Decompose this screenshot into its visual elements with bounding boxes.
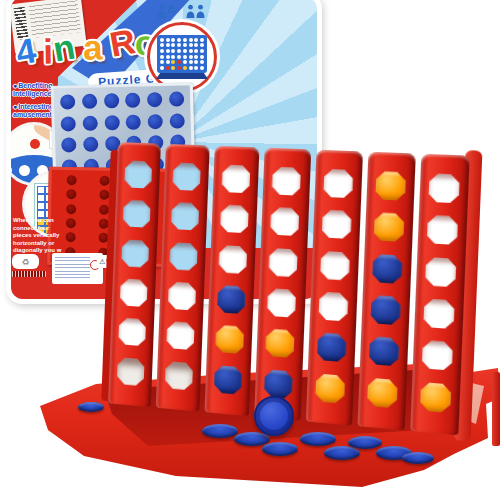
board-column-1 bbox=[108, 142, 161, 407]
blue-disc-r3-c6 bbox=[372, 254, 403, 284]
description-line: connect four bbox=[13, 225, 71, 233]
badge-cell bbox=[183, 49, 187, 53]
badge-cell bbox=[183, 55, 187, 59]
badge-cell bbox=[160, 38, 164, 42]
bullet-dot-icon: ● bbox=[13, 103, 17, 110]
empty-hole-r3-c3 bbox=[219, 245, 248, 274]
product-photo: 4inaRow Puzzle Games bbox=[0, 0, 500, 500]
blister-blue-disc bbox=[61, 137, 76, 152]
certification-text-lines bbox=[55, 257, 90, 280]
badge-cell bbox=[189, 38, 193, 42]
blister-blue-disc bbox=[169, 92, 184, 107]
badge-cell bbox=[200, 49, 204, 53]
badge-cell bbox=[200, 38, 204, 42]
badge-cell bbox=[160, 43, 164, 47]
blue-disc-r5-c6 bbox=[368, 336, 399, 367]
empty-hole-r1-c3 bbox=[222, 165, 251, 194]
recycle-icon: ♻ bbox=[21, 257, 29, 267]
blue-disc-r5-c5 bbox=[316, 332, 346, 362]
empty-hole-r4-c4 bbox=[267, 288, 297, 318]
empty-hole-r6-c2 bbox=[165, 361, 193, 391]
orange-disc-r5-c3 bbox=[215, 325, 244, 355]
badge-cell bbox=[171, 60, 175, 64]
badge-cell bbox=[189, 49, 193, 53]
recycle-label: ♻ bbox=[12, 254, 39, 269]
connect-four-board bbox=[108, 142, 470, 435]
blister-blue-disc bbox=[126, 114, 141, 129]
orange-disc-r6-c5 bbox=[315, 373, 345, 404]
blister-blue-disc bbox=[82, 94, 97, 109]
board-grid bbox=[108, 142, 470, 435]
empty-hole-r5-c1 bbox=[118, 318, 146, 347]
badge-cell bbox=[160, 60, 164, 64]
badge-cell bbox=[194, 43, 198, 47]
board-column-5 bbox=[305, 150, 362, 426]
badge-cell bbox=[194, 49, 198, 53]
badge-cell bbox=[171, 43, 175, 47]
blister-blue-disc bbox=[83, 115, 98, 130]
badge-cell bbox=[160, 66, 164, 70]
empty-hole-r3-c4 bbox=[269, 248, 299, 278]
empty-hole-r2-c7 bbox=[427, 215, 458, 245]
description-line: horizontally or bbox=[13, 240, 71, 248]
empty-hole-r2-c1 bbox=[123, 200, 151, 228]
empty-hole-r3-c5 bbox=[320, 251, 350, 281]
badge-cell bbox=[171, 38, 175, 42]
badge-cell bbox=[177, 49, 181, 53]
blister-blue-disc bbox=[125, 93, 140, 108]
badge-cell bbox=[171, 49, 175, 53]
two-players-icon bbox=[186, 4, 207, 18]
empty-hole-r6-c1 bbox=[117, 357, 145, 386]
blister-red-disc bbox=[99, 190, 109, 200]
empty-hole-r1-c4 bbox=[272, 167, 302, 196]
badge-cell bbox=[177, 43, 181, 47]
slot-dot bbox=[19, 165, 30, 176]
badge-cell bbox=[194, 55, 198, 59]
tray-edge-strip bbox=[492, 372, 500, 446]
badge-cell bbox=[183, 66, 187, 70]
empty-hole-r3-c7 bbox=[425, 257, 456, 288]
badge-cell bbox=[189, 60, 193, 64]
badge-cell bbox=[166, 55, 170, 59]
red-disc-illustration bbox=[30, 139, 40, 149]
empty-hole-r1-c5 bbox=[323, 169, 353, 198]
empty-hole-r1-c1 bbox=[124, 160, 152, 188]
badge-cell bbox=[183, 38, 187, 42]
empty-hole-r2-c5 bbox=[321, 210, 351, 240]
badge-cell bbox=[189, 55, 193, 59]
orange-disc-r6-c7 bbox=[420, 382, 451, 413]
empty-hole-r4-c1 bbox=[120, 278, 148, 307]
warning-triangle-icon: ⚠ bbox=[99, 258, 105, 266]
empty-hole-r2-c3 bbox=[220, 205, 249, 234]
empty-hole-r4-c5 bbox=[318, 292, 348, 322]
blister-red-disc bbox=[66, 190, 76, 200]
badge-cell bbox=[177, 66, 181, 70]
empty-hole-r2-c2 bbox=[171, 202, 199, 231]
logo-letter-a: a bbox=[82, 29, 102, 64]
badge-cell bbox=[183, 43, 187, 47]
badge-cell bbox=[171, 55, 175, 59]
blister-blue-disc bbox=[147, 92, 162, 107]
empty-hole-r4-c2 bbox=[168, 282, 196, 311]
empty-hole-r1-c2 bbox=[172, 163, 201, 192]
orange-disc-r2-c6 bbox=[373, 212, 404, 242]
description-line: When you can bbox=[13, 217, 71, 225]
blister-blue-disc bbox=[83, 137, 98, 152]
badge-cell bbox=[166, 66, 170, 70]
board-column-4 bbox=[255, 148, 311, 421]
empty-hole-r4-c7 bbox=[423, 299, 454, 330]
certification-label bbox=[52, 253, 103, 284]
blister-blue-disc bbox=[60, 94, 75, 109]
badge-cell bbox=[194, 66, 198, 70]
inset-cell bbox=[37, 194, 45, 202]
blue-disc-r4-c3 bbox=[217, 285, 246, 314]
board-column-6 bbox=[357, 152, 415, 431]
empty-hole-r5-c7 bbox=[422, 340, 453, 371]
blister-blue-disc bbox=[169, 113, 184, 128]
inset-cell bbox=[37, 186, 45, 194]
blister-blue-disc bbox=[104, 93, 119, 108]
logo-letter-n: n bbox=[50, 29, 77, 67]
badge-cell bbox=[200, 55, 204, 59]
badge-cell bbox=[189, 66, 193, 70]
empty-hole-r5-c2 bbox=[166, 321, 194, 350]
badge-cell bbox=[177, 55, 181, 59]
description-text: When you canconnect fourpieces verticall… bbox=[13, 217, 71, 255]
badge-cell bbox=[194, 38, 198, 42]
blue-disc-r6-c4 bbox=[264, 369, 294, 399]
blister-blue-disc bbox=[147, 114, 162, 129]
empty-hole-r3-c1 bbox=[121, 239, 149, 268]
description-line: pieces vertically bbox=[13, 232, 71, 240]
board-column-2 bbox=[156, 144, 210, 412]
badge-cell bbox=[200, 66, 204, 70]
orange-disc-r6-c6 bbox=[367, 377, 398, 408]
badge-cell bbox=[166, 49, 170, 53]
badge-cell bbox=[200, 60, 204, 64]
inset-cell bbox=[37, 202, 45, 210]
badge-board-base bbox=[156, 73, 208, 79]
orange-disc-r1-c6 bbox=[375, 171, 406, 201]
blister-blue-disc bbox=[104, 115, 119, 130]
badge-cell bbox=[177, 60, 181, 64]
player-with-board-icon bbox=[156, 4, 177, 18]
blue-disc-r6-c3 bbox=[214, 365, 243, 395]
empty-hole-r1-c7 bbox=[428, 173, 459, 203]
players-icons bbox=[156, 4, 207, 18]
bullet-dot-icon: ● bbox=[13, 82, 17, 89]
badge-cell bbox=[171, 66, 175, 70]
badge-mini-board bbox=[157, 35, 207, 73]
logo-letter-R: R bbox=[107, 23, 138, 62]
badge-cell bbox=[160, 55, 164, 59]
badge-cell bbox=[160, 49, 164, 53]
badge-cell bbox=[189, 43, 193, 47]
blister-red-disc bbox=[99, 176, 109, 186]
blue-disc-r4-c6 bbox=[370, 295, 401, 325]
blister-red-disc bbox=[66, 204, 76, 214]
blister-blue-disc bbox=[61, 116, 76, 131]
blister-red-disc bbox=[99, 204, 109, 214]
empty-hole-r3-c2 bbox=[169, 242, 197, 271]
badge-cell bbox=[166, 60, 170, 64]
badge-cell bbox=[194, 60, 198, 64]
blister-red-disc bbox=[66, 175, 76, 185]
badge-cell bbox=[200, 43, 204, 47]
badge-cell bbox=[166, 43, 170, 47]
orange-disc-r5-c4 bbox=[265, 329, 295, 359]
badge-cell bbox=[166, 38, 170, 42]
empty-hole-r2-c4 bbox=[270, 207, 300, 236]
badge-cell bbox=[177, 38, 181, 42]
logo-letter-4: 4 bbox=[13, 32, 38, 70]
board-column-3 bbox=[205, 146, 260, 416]
recycle-label-bar bbox=[12, 271, 46, 277]
badge-cell bbox=[183, 60, 187, 64]
